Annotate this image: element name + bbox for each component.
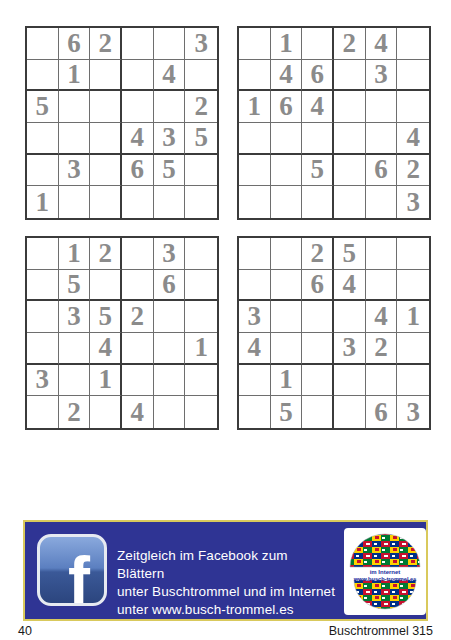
sudoku-cell-top-right-r6c6: 3 — [397, 186, 429, 218]
sudoku-cell-bottom-right-r3c4[interactable] — [334, 301, 366, 333]
promo-banner: f Zeitgleich im Facebook zum Blättern un… — [23, 520, 428, 621]
sudoku-cell-bottom-left-r3c1[interactable] — [27, 301, 59, 333]
page-number: 40 — [18, 624, 32, 638]
sudoku-cell-bottom-right-r3c5: 4 — [366, 301, 398, 333]
sudoku-cell-bottom-right-r2c4: 4 — [334, 270, 366, 302]
banner-line-3: unter www.busch-trommel.es — [117, 601, 337, 619]
sudoku-cell-bottom-right-r1c2[interactable] — [271, 238, 303, 270]
sudoku-cell-bottom-right-r3c2[interactable] — [271, 301, 303, 333]
sudoku-cell-bottom-right-r1c5[interactable] — [366, 238, 398, 270]
sudoku-cell-top-left-r5c4: 6 — [122, 155, 154, 187]
sudoku-cell-bottom-right-r4c1: 4 — [239, 333, 271, 365]
sudoku-cell-top-left-r2c1[interactable] — [27, 60, 59, 92]
sudoku-cell-top-right-r3c5[interactable] — [366, 91, 398, 123]
sudoku-cell-top-right-r2c5: 3 — [366, 60, 398, 92]
sudoku-cell-bottom-left-r3c5[interactable] — [154, 301, 186, 333]
banner-line-2: unter Buschtrommel und im Internet — [117, 583, 337, 601]
sudoku-cell-top-right-r3c1: 1 — [239, 91, 271, 123]
sudoku-cell-bottom-right-r5c4[interactable] — [334, 365, 366, 397]
sudoku-cell-top-right-r1c3[interactable] — [302, 28, 334, 60]
sudoku-cell-top-right-r5c4[interactable] — [334, 155, 366, 187]
sudoku-cell-bottom-right-r6c1[interactable] — [239, 396, 271, 428]
sudoku-cell-top-left-r4c5: 3 — [154, 123, 186, 155]
sudoku-cell-bottom-right-r4c3[interactable] — [302, 333, 334, 365]
sudoku-cell-top-right-r4c4[interactable] — [334, 123, 366, 155]
sudoku-cell-bottom-left-r6c3[interactable] — [90, 396, 122, 428]
sudoku-cell-top-right-r3c2: 6 — [271, 91, 303, 123]
globe-text-line-1: im Internet — [370, 569, 401, 575]
globe-logo: im Internet www.busch-trommel.es — [344, 528, 426, 615]
facebook-icon: f — [37, 534, 107, 606]
sudoku-cell-bottom-left-r3c2: 3 — [59, 301, 91, 333]
sudoku-grid-top-left: 62314524353651 — [25, 26, 219, 220]
sudoku-cell-bottom-right-r6c3[interactable] — [302, 396, 334, 428]
sudoku-cell-top-left-r2c3[interactable] — [90, 60, 122, 92]
sudoku-cell-top-left-r5c1[interactable] — [27, 155, 59, 187]
sudoku-cell-bottom-left-r2c3[interactable] — [90, 270, 122, 302]
sudoku-cell-top-right-r2c2: 4 — [271, 60, 303, 92]
sudoku-cell-top-left-r5c6[interactable] — [185, 155, 217, 187]
sudoku-cell-top-right-r6c2[interactable] — [271, 186, 303, 218]
sudoku-cell-top-right-r3c4[interactable] — [334, 91, 366, 123]
globe-text-line-2: www.busch-trommel.es — [353, 576, 417, 582]
sudoku-cell-top-left-r3c2[interactable] — [59, 91, 91, 123]
sudoku-cell-bottom-right-r4c5: 2 — [366, 333, 398, 365]
sudoku-cell-bottom-left-r5c5[interactable] — [154, 365, 186, 397]
sudoku-cell-top-left-r5c5: 5 — [154, 155, 186, 187]
sudoku-cell-top-right-r1c5: 4 — [366, 28, 398, 60]
sudoku-cell-bottom-right-r2c3: 6 — [302, 270, 334, 302]
sudoku-cell-bottom-right-r2c6[interactable] — [397, 270, 429, 302]
sudoku-cell-bottom-right-r3c6: 1 — [397, 301, 429, 333]
sudoku-cell-top-left-r6c4[interactable] — [122, 186, 154, 218]
sudoku-cell-bottom-left-r4c2[interactable] — [59, 333, 91, 365]
sudoku-cell-bottom-left-r5c2[interactable] — [59, 365, 91, 397]
sudoku-cell-top-left-r4c3[interactable] — [90, 123, 122, 155]
sudoku-cell-top-right-r4c6: 4 — [397, 123, 429, 155]
sudoku-cell-bottom-left-r2c6[interactable] — [185, 270, 217, 302]
sudoku-cell-top-right-r6c5[interactable] — [366, 186, 398, 218]
sudoku-cell-top-left-r6c6[interactable] — [185, 186, 217, 218]
sudoku-cell-top-left-r1c3: 2 — [90, 28, 122, 60]
magazine-page: 62314524353651 12446316445623 1235635241… — [0, 0, 451, 640]
sudoku-cell-top-left-r3c3[interactable] — [90, 91, 122, 123]
sudoku-cell-bottom-left-r2c2: 5 — [59, 270, 91, 302]
sudoku-cell-bottom-right-r1c3: 2 — [302, 238, 334, 270]
sudoku-cell-top-left-r2c6[interactable] — [185, 60, 217, 92]
sudoku-cell-top-right-r2c3: 6 — [302, 60, 334, 92]
sudoku-cell-top-right-r5c3: 5 — [302, 155, 334, 187]
sudoku-cell-bottom-left-r5c6[interactable] — [185, 365, 217, 397]
sudoku-cell-top-right-r5c1[interactable] — [239, 155, 271, 187]
sudoku-cell-top-right-r4c2[interactable] — [271, 123, 303, 155]
sudoku-cell-bottom-left-r1c1[interactable] — [27, 238, 59, 270]
sudoku-cell-bottom-right-r1c6[interactable] — [397, 238, 429, 270]
sudoku-cell-top-left-r1c4[interactable] — [122, 28, 154, 60]
sudoku-cell-top-left-r1c6: 3 — [185, 28, 217, 60]
sudoku-cell-top-left-r4c1[interactable] — [27, 123, 59, 155]
sudoku-cell-top-right-r3c6[interactable] — [397, 91, 429, 123]
sudoku-cell-bottom-right-r3c1: 3 — [239, 301, 271, 333]
sudoku-cell-bottom-left-r4c4[interactable] — [122, 333, 154, 365]
sudoku-cell-bottom-right-r1c1[interactable] — [239, 238, 271, 270]
sudoku-cell-bottom-left-r6c5[interactable] — [154, 396, 186, 428]
sudoku-grid-bottom-right: 25643414321563 — [237, 236, 431, 430]
sudoku-cell-top-right-r2c4[interactable] — [334, 60, 366, 92]
sudoku-cell-top-right-r4c3[interactable] — [302, 123, 334, 155]
sudoku-cell-top-left-r3c6: 2 — [185, 91, 217, 123]
sudoku-cell-top-left-r4c6: 5 — [185, 123, 217, 155]
facebook-f-letter: f — [54, 553, 90, 606]
sudoku-cell-bottom-left-r6c4: 4 — [122, 396, 154, 428]
sudoku-cell-bottom-right-r4c2[interactable] — [271, 333, 303, 365]
sudoku-cell-top-left-r6c3[interactable] — [90, 186, 122, 218]
sudoku-cell-top-right-r1c2: 1 — [271, 28, 303, 60]
sudoku-cell-bottom-left-r2c1[interactable] — [27, 270, 59, 302]
sudoku-cell-bottom-right-r5c3[interactable] — [302, 365, 334, 397]
sudoku-cell-bottom-left-r6c6[interactable] — [185, 396, 217, 428]
sudoku-cell-top-left-r1c5[interactable] — [154, 28, 186, 60]
sudoku-cell-top-right-r6c3[interactable] — [302, 186, 334, 218]
sudoku-cell-bottom-left-r3c6[interactable] — [185, 301, 217, 333]
sudoku-cell-top-right-r5c2[interactable] — [271, 155, 303, 187]
sudoku-cell-bottom-right-r6c5: 6 — [366, 396, 398, 428]
sudoku-cell-bottom-right-r4c4: 3 — [334, 333, 366, 365]
sudoku-cell-bottom-right-r1c4: 5 — [334, 238, 366, 270]
sudoku-cell-bottom-right-r5c5[interactable] — [366, 365, 398, 397]
banner-text: Zeitgleich im Facebook zum Blättern unte… — [117, 547, 337, 619]
sudoku-cell-bottom-right-r5c6[interactable] — [397, 365, 429, 397]
sudoku-cell-top-left-r6c1: 1 — [27, 186, 59, 218]
sudoku-cell-bottom-left-r4c5[interactable] — [154, 333, 186, 365]
sudoku-cell-bottom-right-r2c1[interactable] — [239, 270, 271, 302]
sudoku-cell-top-right-r5c5: 6 — [366, 155, 398, 187]
sudoku-cell-bottom-right-r5c1[interactable] — [239, 365, 271, 397]
magazine-title: Buschtrommel 315 — [329, 624, 433, 638]
sudoku-cell-bottom-right-r6c4[interactable] — [334, 396, 366, 428]
sudoku-cell-top-right-r3c3: 4 — [302, 91, 334, 123]
sudoku-cell-top-right-r4c5[interactable] — [366, 123, 398, 155]
sudoku-cell-bottom-left-r4c1[interactable] — [27, 333, 59, 365]
sudoku-cell-top-left-r6c5[interactable] — [154, 186, 186, 218]
sudoku-cell-top-left-r4c4: 4 — [122, 123, 154, 155]
sudoku-cell-top-left-r2c2: 1 — [59, 60, 91, 92]
sudoku-cell-top-left-r1c2: 6 — [59, 28, 91, 60]
sudoku-cell-top-left-r3c1: 5 — [27, 91, 59, 123]
banner-line-1: Zeitgleich im Facebook zum Blättern — [117, 547, 337, 583]
sudoku-cell-top-left-r1c1[interactable] — [27, 28, 59, 60]
sudoku-cell-bottom-left-r1c3: 2 — [90, 238, 122, 270]
sudoku-cell-top-left-r5c3[interactable] — [90, 155, 122, 187]
sudoku-cell-bottom-left-r4c6: 1 — [185, 333, 217, 365]
sudoku-cell-top-left-r2c5: 4 — [154, 60, 186, 92]
sudoku-cell-bottom-left-r1c6[interactable] — [185, 238, 217, 270]
sudoku-cell-bottom-right-r6c2: 5 — [271, 396, 303, 428]
sudoku-cell-bottom-right-r6c6: 3 — [397, 396, 429, 428]
sudoku-cell-bottom-left-r3c3: 5 — [90, 301, 122, 333]
sudoku-cell-top-right-r1c1[interactable] — [239, 28, 271, 60]
sudoku-cell-bottom-right-r5c2: 1 — [271, 365, 303, 397]
sudoku-cell-bottom-right-r3c3[interactable] — [302, 301, 334, 333]
sudoku-cell-bottom-left-r1c5: 3 — [154, 238, 186, 270]
sudoku-cell-bottom-left-r3c4: 2 — [122, 301, 154, 333]
sudoku-cell-top-left-r4c2[interactable] — [59, 123, 91, 155]
sudoku-cell-top-left-r5c2: 3 — [59, 155, 91, 187]
sudoku-cell-bottom-left-r2c5: 6 — [154, 270, 186, 302]
sudoku-grid-top-right: 12446316445623 — [237, 26, 431, 220]
sudoku-cell-bottom-left-r1c4[interactable] — [122, 238, 154, 270]
sudoku-cell-top-left-r3c4[interactable] — [122, 91, 154, 123]
sudoku-cell-top-right-r6c1[interactable] — [239, 186, 271, 218]
sudoku-cell-bottom-left-r5c4[interactable] — [122, 365, 154, 397]
sudoku-cell-top-right-r2c6[interactable] — [397, 60, 429, 92]
sudoku-cell-bottom-right-r4c6[interactable] — [397, 333, 429, 365]
sudoku-cell-bottom-left-r6c1[interactable] — [27, 396, 59, 428]
sudoku-cell-top-right-r5c6: 2 — [397, 155, 429, 187]
sudoku-cell-bottom-left-r5c3: 1 — [90, 365, 122, 397]
sudoku-cell-bottom-right-r2c5[interactable] — [366, 270, 398, 302]
sudoku-grid-bottom-left: 12356352413124 — [25, 236, 219, 430]
sudoku-cell-top-left-r2c4[interactable] — [122, 60, 154, 92]
sudoku-cell-top-left-r3c5[interactable] — [154, 91, 186, 123]
sudoku-cell-top-right-r1c6[interactable] — [397, 28, 429, 60]
sudoku-cell-bottom-left-r4c3: 4 — [90, 333, 122, 365]
sudoku-cell-bottom-left-r2c4[interactable] — [122, 270, 154, 302]
sudoku-cell-bottom-left-r5c1: 3 — [27, 365, 59, 397]
sudoku-cell-bottom-left-r1c2: 1 — [59, 238, 91, 270]
sudoku-cell-top-right-r1c4: 2 — [334, 28, 366, 60]
sudoku-cell-bottom-left-r6c2: 2 — [59, 396, 91, 428]
sudoku-cell-top-left-r6c2[interactable] — [59, 186, 91, 218]
sudoku-cell-top-right-r6c4[interactable] — [334, 186, 366, 218]
flag-globe-icon: im Internet www.busch-trommel.es — [345, 529, 425, 614]
sudoku-cell-bottom-right-r2c2[interactable] — [271, 270, 303, 302]
sudoku-cell-top-right-r4c1[interactable] — [239, 123, 271, 155]
sudoku-cell-top-right-r2c1[interactable] — [239, 60, 271, 92]
